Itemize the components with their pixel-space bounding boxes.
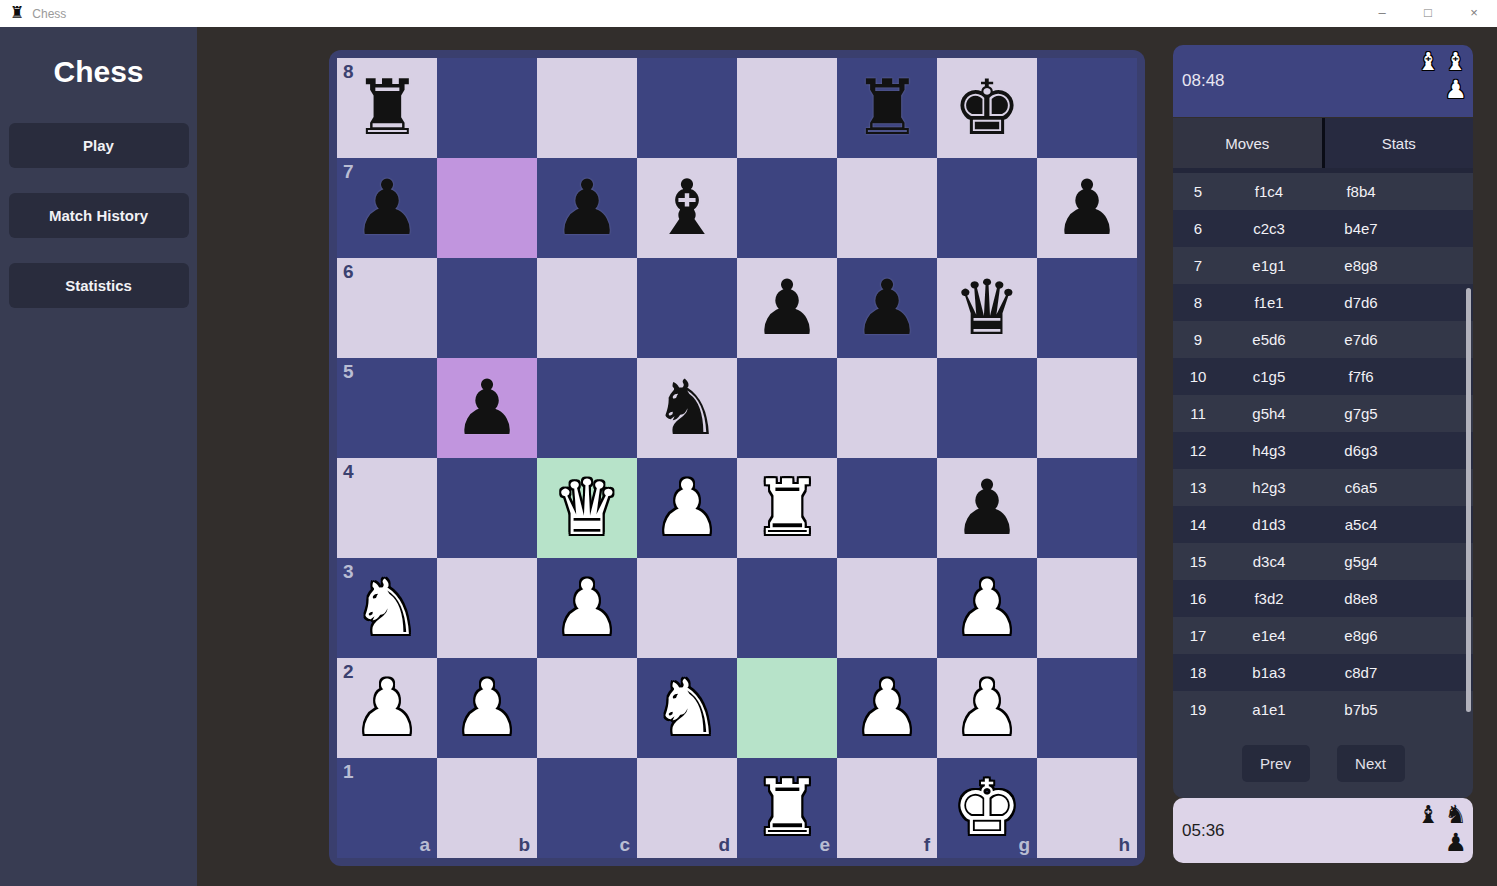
black-move: d8e8 bbox=[1315, 590, 1407, 607]
piece-black-king: ♚ bbox=[937, 58, 1037, 158]
square-d5[interactable]: ♞ bbox=[637, 358, 737, 458]
piece-black-pawn: ♟ bbox=[937, 458, 1037, 558]
white-move: d3c4 bbox=[1223, 553, 1315, 570]
move-row-5[interactable]: 5f1c4f8b4 bbox=[1173, 173, 1473, 210]
move-number: 18 bbox=[1173, 664, 1223, 681]
piece-black-bishop: ♝ bbox=[637, 158, 737, 258]
square-d8[interactable] bbox=[637, 58, 737, 158]
file-label-f: f bbox=[924, 834, 930, 856]
square-b3[interactable] bbox=[437, 558, 537, 658]
move-number: 19 bbox=[1173, 701, 1223, 718]
captured-black-pieces: ♝♞♟ bbox=[1417, 801, 1467, 857]
square-a5[interactable]: 5 bbox=[337, 358, 437, 458]
square-b8[interactable] bbox=[437, 58, 537, 158]
square-d3[interactable] bbox=[637, 558, 737, 658]
piece-white-pawn: ♟ bbox=[937, 558, 1037, 658]
white-move: e5d6 bbox=[1223, 331, 1315, 348]
move-number: 8 bbox=[1173, 294, 1223, 311]
captured-white-pieces: ♝♝♟ bbox=[1417, 48, 1467, 104]
move-row-9[interactable]: 9e5d6e7d6 bbox=[1173, 321, 1473, 358]
white-move: c1g5 bbox=[1223, 368, 1315, 385]
square-h6[interactable] bbox=[1037, 258, 1137, 358]
move-number: 9 bbox=[1173, 331, 1223, 348]
captured-white-bishop-icon: ♝ bbox=[1417, 48, 1439, 76]
main-area: 8♜♜♚7♟♟♝♟6♟♟♛5♟♞4♛♟♜♟3♞♟♟2♟♟♞♟♟1abcde♜fg… bbox=[197, 27, 1497, 886]
square-a6[interactable]: 6 bbox=[337, 258, 437, 358]
move-row-8[interactable]: 8f1e1d7d6 bbox=[1173, 284, 1473, 321]
chess-board: 8♜♜♚7♟♟♝♟6♟♟♛5♟♞4♛♟♜♟3♞♟♟2♟♟♞♟♟1abcde♜fg… bbox=[337, 58, 1137, 858]
square-g3[interactable]: ♟ bbox=[937, 558, 1037, 658]
white-move: c2c3 bbox=[1223, 220, 1315, 237]
square-c6[interactable] bbox=[537, 258, 637, 358]
white-move: e1g1 bbox=[1223, 257, 1315, 274]
square-a2[interactable]: 2♟ bbox=[337, 658, 437, 758]
square-e8[interactable] bbox=[737, 58, 837, 158]
tab-bar: MovesStats bbox=[1173, 118, 1473, 168]
close-button[interactable]: × bbox=[1451, 0, 1497, 27]
captured-black-bishop-icon: ♝ bbox=[1417, 801, 1439, 829]
window-titlebar: ♜ Chess – □ × bbox=[0, 0, 1497, 27]
file-label-g: g bbox=[1018, 834, 1030, 856]
move-row-15[interactable]: 15d3c4g5g4 bbox=[1173, 543, 1473, 580]
black-move: c8d7 bbox=[1315, 664, 1407, 681]
app-title: Chess bbox=[0, 27, 197, 123]
move-number: 16 bbox=[1173, 590, 1223, 607]
window-controls: – □ × bbox=[1359, 0, 1497, 27]
move-number: 12 bbox=[1173, 442, 1223, 459]
white-move: a1e1 bbox=[1223, 701, 1315, 718]
black-move: d6g3 bbox=[1315, 442, 1407, 459]
black-move: a5c4 bbox=[1315, 516, 1407, 533]
square-b7[interactable] bbox=[437, 158, 537, 258]
square-f4[interactable] bbox=[837, 458, 937, 558]
piece-black-queen: ♛ bbox=[937, 258, 1037, 358]
piece-black-pawn: ♟ bbox=[537, 158, 637, 258]
move-list-panel: 5f1c4f8b46c2c3b4e77e1g1e8g88f1e1d7d69e5d… bbox=[1173, 168, 1473, 798]
white-move: h4g3 bbox=[1223, 442, 1315, 459]
white-move: f1e1 bbox=[1223, 294, 1315, 311]
file-label-b: b bbox=[518, 834, 530, 856]
piece-black-knight: ♞ bbox=[637, 358, 737, 458]
white-move: b1a3 bbox=[1223, 664, 1315, 681]
black-move: g7g5 bbox=[1315, 405, 1407, 422]
square-a8[interactable]: 8♜ bbox=[337, 58, 437, 158]
captured-white-bishop-icon: ♝ bbox=[1445, 48, 1467, 76]
black-move: c6a5 bbox=[1315, 479, 1407, 496]
move-row-17[interactable]: 17e1e4e8g6 bbox=[1173, 617, 1473, 654]
square-g5[interactable] bbox=[937, 358, 1037, 458]
square-g4[interactable]: ♟ bbox=[937, 458, 1037, 558]
rank-label-3: 3 bbox=[343, 561, 354, 583]
square-b4[interactable] bbox=[437, 458, 537, 558]
move-row-16[interactable]: 16f3d2d8e8 bbox=[1173, 580, 1473, 617]
white-move: f1c4 bbox=[1223, 183, 1315, 200]
square-a7[interactable]: 7♟ bbox=[337, 158, 437, 258]
piece-white-pawn: ♟ bbox=[437, 658, 537, 758]
move-row-11[interactable]: 11g5h4g7g5 bbox=[1173, 395, 1473, 432]
black-move: f7f6 bbox=[1315, 368, 1407, 385]
move-number: 11 bbox=[1173, 405, 1223, 422]
square-f1[interactable]: f bbox=[837, 758, 937, 858]
window-title: Chess bbox=[32, 7, 66, 21]
file-label-e: e bbox=[819, 834, 830, 856]
square-a4[interactable]: 4 bbox=[337, 458, 437, 558]
square-e2[interactable] bbox=[737, 658, 837, 758]
square-e5[interactable] bbox=[737, 358, 837, 458]
move-row-13[interactable]: 13h2g3c6a5 bbox=[1173, 469, 1473, 506]
top-clock-panel: 08:48 ♝♝♟ bbox=[1173, 45, 1473, 117]
captured-black-knight-icon: ♞ bbox=[1445, 801, 1467, 829]
square-b2[interactable]: ♟ bbox=[437, 658, 537, 758]
captured-black-pawn-icon: ♟ bbox=[1445, 829, 1467, 857]
move-row-10[interactable]: 10c1g5f7f6 bbox=[1173, 358, 1473, 395]
square-e6[interactable]: ♟ bbox=[737, 258, 837, 358]
next-button[interactable]: Next bbox=[1337, 745, 1405, 782]
maximize-button[interactable]: □ bbox=[1405, 0, 1451, 27]
black-move: e8g8 bbox=[1315, 257, 1407, 274]
square-c3[interactable]: ♟ bbox=[537, 558, 637, 658]
sidebar-item-match-history[interactable]: Match History bbox=[9, 193, 189, 238]
black-move: g5g4 bbox=[1315, 553, 1407, 570]
move-row-7[interactable]: 7e1g1e8g8 bbox=[1173, 247, 1473, 284]
square-d6[interactable] bbox=[637, 258, 737, 358]
square-e1[interactable]: e♜ bbox=[737, 758, 837, 858]
piece-white-queen: ♛ bbox=[537, 458, 637, 558]
sidebar: Chess Play Match History Statistics bbox=[0, 27, 197, 886]
rank-label-6: 6 bbox=[343, 261, 354, 283]
white-move: g5h4 bbox=[1223, 405, 1315, 422]
white-move: e1e4 bbox=[1223, 627, 1315, 644]
black-move: d7d6 bbox=[1315, 294, 1407, 311]
file-label-d: d bbox=[718, 834, 730, 856]
square-f8[interactable]: ♜ bbox=[837, 58, 937, 158]
bottom-clock-panel: 05:36 ♝♞♟ bbox=[1173, 798, 1473, 863]
white-move: d1d3 bbox=[1223, 516, 1315, 533]
sidebar-item-statistics[interactable]: Statistics bbox=[9, 263, 189, 308]
chess-board-frame: 8♜♜♚7♟♟♝♟6♟♟♛5♟♞4♛♟♜♟3♞♟♟2♟♟♞♟♟1abcde♜fg… bbox=[329, 50, 1145, 866]
square-h4[interactable] bbox=[1037, 458, 1137, 558]
piece-white-knight: ♞ bbox=[637, 658, 737, 758]
square-g1[interactable]: g♚ bbox=[937, 758, 1037, 858]
square-g2[interactable]: ♟ bbox=[937, 658, 1037, 758]
white-move: h2g3 bbox=[1223, 479, 1315, 496]
move-number: 7 bbox=[1173, 257, 1223, 274]
rank-label-1: 1 bbox=[343, 761, 354, 783]
black-move: b7b5 bbox=[1315, 701, 1407, 718]
square-h7[interactable]: ♟ bbox=[1037, 158, 1137, 258]
square-c8[interactable] bbox=[537, 58, 637, 158]
piece-black-pawn: ♟ bbox=[837, 258, 937, 358]
move-row-18[interactable]: 18b1a3c8d7 bbox=[1173, 654, 1473, 691]
tab-stats[interactable]: Stats bbox=[1322, 118, 1474, 168]
square-c7[interactable]: ♟ bbox=[537, 158, 637, 258]
square-g7[interactable] bbox=[937, 158, 1037, 258]
bottom-clock-time: 05:36 bbox=[1182, 821, 1225, 841]
square-c4[interactable]: ♛ bbox=[537, 458, 637, 558]
square-c5[interactable] bbox=[537, 358, 637, 458]
piece-white-pawn: ♟ bbox=[537, 558, 637, 658]
prev-button[interactable]: Prev bbox=[1242, 745, 1310, 782]
square-e3[interactable] bbox=[737, 558, 837, 658]
piece-white-pawn: ♟ bbox=[837, 658, 937, 758]
square-h2[interactable] bbox=[1037, 658, 1137, 758]
square-d1[interactable]: d bbox=[637, 758, 737, 858]
sidebar-item-play[interactable]: Play bbox=[9, 123, 189, 168]
file-label-a: a bbox=[419, 834, 430, 856]
file-label-h: h bbox=[1118, 834, 1130, 856]
rank-label-4: 4 bbox=[343, 461, 354, 483]
square-h3[interactable] bbox=[1037, 558, 1137, 658]
rank-label-8: 8 bbox=[343, 61, 354, 83]
piece-black-rook: ♜ bbox=[837, 58, 937, 158]
top-clock-time: 08:48 bbox=[1182, 71, 1225, 91]
square-a3[interactable]: 3♞ bbox=[337, 558, 437, 658]
square-g6[interactable]: ♛ bbox=[937, 258, 1037, 358]
square-h1[interactable]: h bbox=[1037, 758, 1137, 858]
move-number: 6 bbox=[1173, 220, 1223, 237]
black-move: e8g6 bbox=[1315, 627, 1407, 644]
move-number: 13 bbox=[1173, 479, 1223, 496]
black-move: f8b4 bbox=[1315, 183, 1407, 200]
square-d2[interactable]: ♞ bbox=[637, 658, 737, 758]
move-row-12[interactable]: 12h4g3d6g3 bbox=[1173, 432, 1473, 469]
move-number: 10 bbox=[1173, 368, 1223, 385]
rank-label-7: 7 bbox=[343, 161, 354, 183]
square-h8[interactable] bbox=[1037, 58, 1137, 158]
piece-black-pawn: ♟ bbox=[437, 358, 537, 458]
square-d4[interactable]: ♟ bbox=[637, 458, 737, 558]
square-f3[interactable] bbox=[837, 558, 937, 658]
move-row-14[interactable]: 14d1d3a5c4 bbox=[1173, 506, 1473, 543]
black-move: e7d6 bbox=[1315, 331, 1407, 348]
move-number: 5 bbox=[1173, 183, 1223, 200]
piece-black-pawn: ♟ bbox=[1037, 158, 1137, 258]
square-c1[interactable]: c bbox=[537, 758, 637, 858]
white-move: f3d2 bbox=[1223, 590, 1315, 607]
move-row-19[interactable]: 19a1e1b7b5 bbox=[1173, 691, 1473, 728]
tab-moves[interactable]: Moves bbox=[1173, 118, 1322, 168]
minimize-button[interactable]: – bbox=[1359, 0, 1405, 27]
square-e4[interactable]: ♜ bbox=[737, 458, 837, 558]
square-f7[interactable] bbox=[837, 158, 937, 258]
move-row-6[interactable]: 6c2c3b4e7 bbox=[1173, 210, 1473, 247]
black-move: b4e7 bbox=[1315, 220, 1407, 237]
square-a1[interactable]: 1a bbox=[337, 758, 437, 858]
file-label-c: c bbox=[619, 834, 630, 856]
square-g8[interactable]: ♚ bbox=[937, 58, 1037, 158]
move-list-scrollbar[interactable] bbox=[1466, 288, 1471, 712]
square-h5[interactable] bbox=[1037, 358, 1137, 458]
rank-label-5: 5 bbox=[343, 361, 354, 383]
square-f2[interactable]: ♟ bbox=[837, 658, 937, 758]
square-f6[interactable]: ♟ bbox=[837, 258, 937, 358]
piece-white-pawn: ♟ bbox=[637, 458, 737, 558]
move-number: 14 bbox=[1173, 516, 1223, 533]
square-b6[interactable] bbox=[437, 258, 537, 358]
square-d7[interactable]: ♝ bbox=[637, 158, 737, 258]
square-b5[interactable]: ♟ bbox=[437, 358, 537, 458]
square-c2[interactable] bbox=[537, 658, 637, 758]
move-controls: Prev Next bbox=[1173, 745, 1473, 782]
square-b1[interactable]: b bbox=[437, 758, 537, 858]
piece-white-rook: ♜ bbox=[737, 458, 837, 558]
piece-white-pawn: ♟ bbox=[937, 658, 1037, 758]
rook-icon: ♜ bbox=[10, 3, 24, 22]
captured-white-pawn-icon: ♟ bbox=[1445, 76, 1467, 104]
move-number: 17 bbox=[1173, 627, 1223, 644]
move-list: 5f1c4f8b46c2c3b4e77e1g1e8g88f1e1d7d69e5d… bbox=[1173, 173, 1473, 728]
piece-black-pawn: ♟ bbox=[737, 258, 837, 358]
right-panel: 08:48 ♝♝♟ MovesStats 5f1c4f8b46c2c3b4e77… bbox=[1173, 45, 1473, 863]
square-e7[interactable] bbox=[737, 158, 837, 258]
square-f5[interactable] bbox=[837, 358, 937, 458]
rank-label-2: 2 bbox=[343, 661, 354, 683]
move-number: 15 bbox=[1173, 553, 1223, 570]
